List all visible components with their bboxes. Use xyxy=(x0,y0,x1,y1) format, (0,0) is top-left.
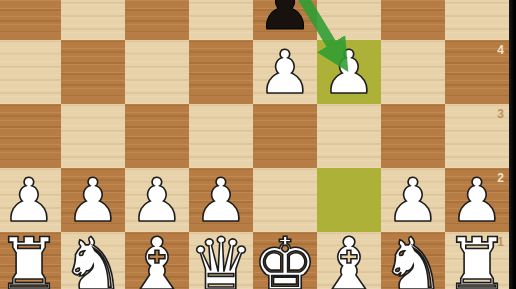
square-b3[interactable] xyxy=(61,104,125,168)
square-e5[interactable]: ♟ xyxy=(253,0,317,40)
square-f3[interactable] xyxy=(317,104,381,168)
square-d1[interactable]: ♛ xyxy=(189,232,253,289)
square-a5[interactable] xyxy=(0,0,61,40)
piece-white-queen-d1[interactable]: ♛ xyxy=(189,232,253,289)
square-d5[interactable] xyxy=(189,0,253,40)
square-h1[interactable]: ♜1 xyxy=(445,232,509,289)
square-d4[interactable] xyxy=(189,40,253,104)
square-e1[interactable]: ♚ xyxy=(253,232,317,289)
piece-white-bishop-c1[interactable]: ♝ xyxy=(125,232,189,289)
piece-white-knight-g1[interactable]: ♞ xyxy=(381,232,445,289)
square-a4[interactable] xyxy=(0,40,61,104)
square-h5[interactable] xyxy=(445,0,509,40)
square-g4[interactable] xyxy=(381,40,445,104)
piece-white-pawn-f4[interactable]: ♟ xyxy=(317,40,381,104)
square-f5[interactable] xyxy=(317,0,381,40)
square-a3[interactable] xyxy=(0,104,61,168)
square-c3[interactable] xyxy=(125,104,189,168)
piece-white-king-e1[interactable]: ♚ xyxy=(253,232,317,289)
piece-white-knight-b1[interactable]: ♞ xyxy=(61,232,125,289)
rank-label-4: 4 xyxy=(497,43,504,57)
square-f4[interactable]: ♟ xyxy=(317,40,381,104)
piece-white-pawn-e4[interactable]: ♟ xyxy=(253,40,317,104)
square-h3[interactable]: 3 xyxy=(445,104,509,168)
chess-app-viewport: ♟♟♟43♟♟♟♟♟♟2♜♞♝♛♚♝♞♜1 xyxy=(0,0,516,289)
piece-black-pawn-e5[interactable]: ♟ xyxy=(253,0,317,40)
square-c4[interactable] xyxy=(125,40,189,104)
rank-label-2: 2 xyxy=(497,171,504,185)
square-c5[interactable] xyxy=(125,0,189,40)
square-b4[interactable] xyxy=(61,40,125,104)
rank-label-1: 1 xyxy=(497,235,504,249)
square-e4[interactable]: ♟ xyxy=(253,40,317,104)
square-b5[interactable] xyxy=(61,0,125,40)
piece-white-rook-a1[interactable]: ♜ xyxy=(0,232,61,289)
square-g1[interactable]: ♞ xyxy=(381,232,445,289)
square-g5[interactable] xyxy=(381,0,445,40)
square-c1[interactable]: ♝ xyxy=(125,232,189,289)
rank-label-3: 3 xyxy=(497,107,504,121)
right-edge-bar xyxy=(509,0,516,289)
square-d3[interactable] xyxy=(189,104,253,168)
square-e3[interactable] xyxy=(253,104,317,168)
square-g3[interactable] xyxy=(381,104,445,168)
piece-white-bishop-f1[interactable]: ♝ xyxy=(317,232,381,289)
chess-board: ♟♟♟43♟♟♟♟♟♟2♜♞♝♛♚♝♞♜1 xyxy=(0,0,509,289)
square-f1[interactable]: ♝ xyxy=(317,232,381,289)
square-h4[interactable]: 4 xyxy=(445,40,509,104)
square-a1[interactable]: ♜ xyxy=(0,232,61,289)
square-b1[interactable]: ♞ xyxy=(61,232,125,289)
